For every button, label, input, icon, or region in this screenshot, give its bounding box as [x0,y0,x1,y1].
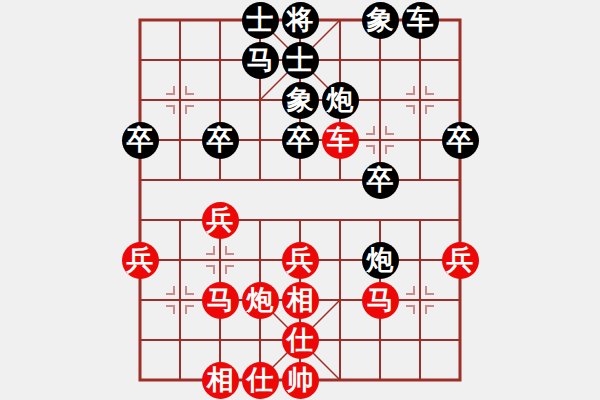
piece-red-soldier[interactable]: 兵 [442,242,479,279]
piece-red-soldier[interactable]: 兵 [282,242,319,279]
point-marker-bracket [366,145,375,154]
piece-red-cannon[interactable]: 炮 [242,282,279,319]
board-point: 相 [280,280,320,320]
board-point: 象 [360,0,400,40]
point-marker-bracket [206,246,215,255]
piece-red-horse[interactable]: 马 [362,282,399,319]
point-marker-bracket [406,86,415,95]
point-marker-bracket [185,305,194,314]
piece-black-cannon[interactable]: 炮 [322,82,359,119]
board-point: 炮 [240,280,280,320]
piece-black-soldier[interactable]: 卒 [362,162,399,199]
board-point: 将 [280,0,320,40]
piece-black-horse[interactable]: 马 [242,42,279,79]
piece-black-soldier[interactable]: 卒 [122,122,159,159]
point-marker [406,86,434,114]
board-point: 马 [240,40,280,80]
point-marker-bracket [185,105,194,114]
piece-red-soldier[interactable]: 兵 [202,202,239,239]
point-marker [206,246,234,274]
board-point: 马 [200,280,240,320]
point-marker-cell [160,80,200,120]
board-point: 象 [280,80,320,120]
point-marker-bracket [225,265,234,274]
board-point: 兵 [440,240,480,280]
board-point: 帅 [280,360,320,400]
point-marker-bracket [185,86,194,95]
board-point: 卒 [440,120,480,160]
board-point: 卒 [280,120,320,160]
piece-black-soldier[interactable]: 卒 [442,122,479,159]
point-marker-bracket [406,305,415,314]
piece-black-advisor[interactable]: 士 [282,42,319,79]
piece-red-horse[interactable]: 马 [202,282,239,319]
board-point: 车 [400,0,440,40]
board-point: 炮 [360,240,400,280]
board-grid: 士将象车马士象炮卒卒卒车卒卒兵兵兵炮兵马炮相马仕相仕帅 [120,0,480,400]
point-marker-bracket [225,246,234,255]
point-marker-bracket [425,305,434,314]
point-marker-bracket [166,286,175,295]
piece-black-chariot[interactable]: 车 [402,2,439,39]
piece-black-elephant[interactable]: 象 [282,82,319,119]
board-point: 士 [240,0,280,40]
point-marker-cell [160,280,200,320]
piece-black-soldier[interactable]: 卒 [282,122,319,159]
board-point: 兵 [120,240,160,280]
point-marker-bracket [425,105,434,114]
piece-black-elephant[interactable]: 象 [362,2,399,39]
xiangqi-screenshot: 士将象车马士象炮卒卒卒车卒卒兵兵兵炮兵马炮相马仕相仕帅 [0,0,600,400]
point-marker-bracket [385,126,394,135]
board-point: 仕 [240,360,280,400]
point-marker-cell [200,240,240,280]
board-point: 卒 [120,120,160,160]
point-marker-bracket [385,145,394,154]
point-marker [366,126,394,154]
piece-red-chariot[interactable]: 车 [322,122,359,159]
point-marker-bracket [206,265,215,274]
xiangqi-board: 士将象车马士象炮卒卒卒车卒卒兵兵兵炮兵马炮相马仕相仕帅 [120,0,480,400]
point-marker-bracket [425,286,434,295]
board-point: 士 [280,40,320,80]
point-marker-bracket [406,286,415,295]
board-point: 车 [320,120,360,160]
point-marker-bracket [366,126,375,135]
piece-red-advisor[interactable]: 仕 [282,322,319,359]
point-marker-cell [360,120,400,160]
piece-red-advisor[interactable]: 仕 [242,362,279,399]
board-point: 炮 [320,80,360,120]
point-marker-cell [400,80,440,120]
board-point: 马 [360,280,400,320]
board-point: 兵 [200,200,240,240]
piece-black-cannon[interactable]: 炮 [362,242,399,279]
point-marker-bracket [166,105,175,114]
piece-red-elephant[interactable]: 相 [282,282,319,319]
board-point: 卒 [360,160,400,200]
piece-black-advisor[interactable]: 士 [242,2,279,39]
piece-red-general[interactable]: 帅 [282,362,319,399]
piece-black-soldier[interactable]: 卒 [202,122,239,159]
point-marker-bracket [166,305,175,314]
point-marker-bracket [425,86,434,95]
board-point: 相 [200,360,240,400]
point-marker-cell [400,280,440,320]
point-marker-bracket [166,86,175,95]
point-marker [406,286,434,314]
piece-red-elephant[interactable]: 相 [202,362,239,399]
point-marker [166,86,194,114]
board-point: 兵 [280,240,320,280]
piece-black-general[interactable]: 将 [282,2,319,39]
piece-red-soldier[interactable]: 兵 [122,242,159,279]
point-marker-bracket [406,105,415,114]
point-marker-bracket [185,286,194,295]
board-point: 卒 [200,120,240,160]
point-marker [166,286,194,314]
board-point: 仕 [280,320,320,360]
